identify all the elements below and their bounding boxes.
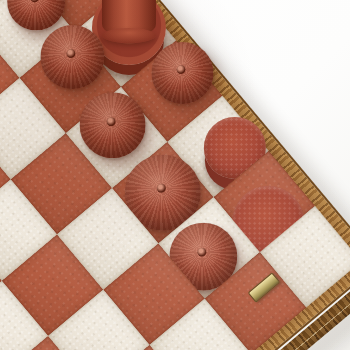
board-photo-scene — [0, 0, 350, 350]
cone-piece[interactable] — [40, 25, 104, 89]
cone-piece[interactable] — [80, 92, 146, 158]
cone-piece[interactable] — [152, 42, 214, 104]
game-board-case — [0, 0, 350, 350]
cone-piece[interactable] — [7, 0, 65, 30]
king-upper-cylinder — [102, 0, 156, 37]
